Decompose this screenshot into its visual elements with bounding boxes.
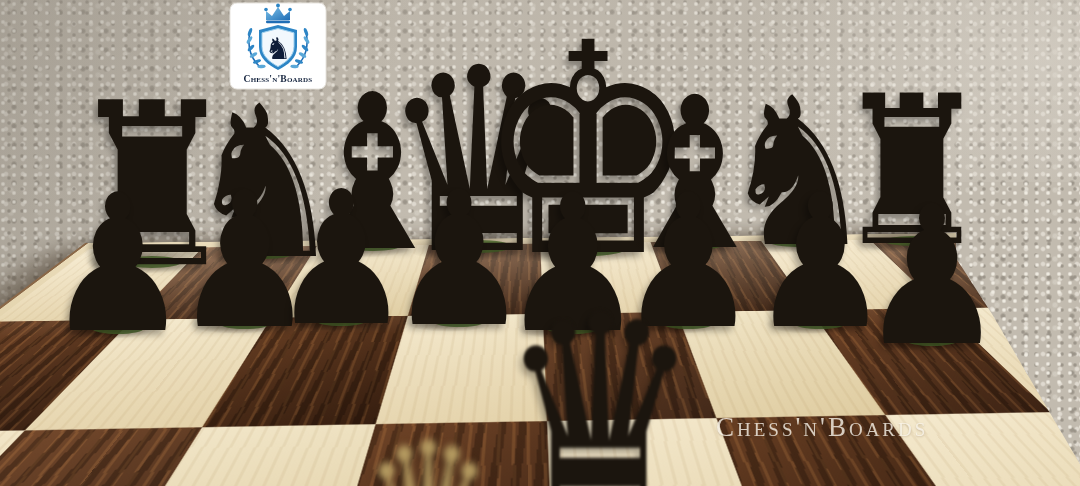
- black-pawn-7: ♟: [741, 170, 898, 355]
- black-knight-right-shadow: [736, 231, 839, 254]
- black-knight-right: ♞: [710, 71, 884, 276]
- black-pawn-2-felt-base: [221, 319, 270, 328]
- black-knight-left: ♞: [176, 79, 355, 289]
- black-queen-advanced: ♛: [487, 279, 713, 486]
- black-pawn-3-felt-base: [317, 316, 365, 325]
- black-pawn-5: ♟: [492, 170, 654, 360]
- black-pawn-1: ♟: [37, 170, 199, 360]
- black-king-felt-base: [550, 241, 626, 256]
- black-pawn-3-shadow: [286, 311, 379, 331]
- shield-icon: ♞: [259, 25, 297, 70]
- black-pawn-5-shadow: [516, 319, 611, 340]
- black-pawn-4: ♟: [380, 167, 538, 353]
- black-rook-left-felt-base: [123, 256, 182, 267]
- black-rook-right-felt-base: [885, 236, 939, 246]
- knight-icon: ♞: [265, 31, 292, 66]
- black-bishop-right-shadow: [632, 233, 737, 256]
- black-pawn-8-felt-base: [907, 336, 957, 346]
- black-pawn-8: ♟: [850, 181, 1013, 373]
- watermark-text: Chess'n'Boards: [716, 412, 928, 443]
- black-rook-left: ♜: [56, 73, 248, 299]
- black-knight-right-felt-base: [770, 237, 823, 247]
- black-pawn-8-shadow: [874, 330, 970, 351]
- black-king-shadow: [500, 232, 646, 264]
- black-pawn-4-felt-base: [435, 317, 483, 326]
- black-knight-left-felt-base: [238, 249, 293, 260]
- black-bishop-left-felt-base: [344, 241, 400, 252]
- black-queen: ♛: [370, 34, 587, 289]
- black-pawn-6-shadow: [633, 314, 726, 334]
- black-pawn-2: ♟: [165, 167, 325, 355]
- black-bishop-left-shadow: [308, 234, 416, 258]
- black-pawn-4-shadow: [403, 312, 496, 332]
- black-rook-right-shadow: [850, 230, 953, 253]
- black-pawn-6: ♟: [609, 170, 766, 355]
- black-knight-left-shadow: [202, 242, 307, 265]
- product-photo: Chess'n'Boards ♜♞♝♛♚♝♞♜♟♟♟♟♟♟♟♟♛♛ Chess'…: [0, 0, 1080, 486]
- black-queen-felt-base: [445, 240, 511, 253]
- black-pawn-7-felt-base: [796, 319, 844, 328]
- white-piece-foreground: ♛: [355, 420, 501, 486]
- black-rook-right: ♜: [824, 69, 999, 275]
- black-pawn-1-shadow: [61, 319, 156, 340]
- black-pawn-7-shadow: [765, 314, 858, 334]
- black-bishop-right-felt-base: [668, 240, 723, 251]
- black-pawn-2-shadow: [189, 314, 283, 335]
- black-king: ♚: [464, 5, 712, 297]
- black-pawn-3: ♟: [262, 167, 419, 352]
- black-bishop-left: ♝: [281, 66, 464, 281]
- black-bishop-right: ♝: [606, 70, 785, 280]
- black-rook-left-shadow: [84, 249, 197, 274]
- black-pawn-5-felt-base: [548, 324, 597, 334]
- black-pawn-6-felt-base: [664, 319, 712, 328]
- black-queen-shadow: [402, 233, 530, 261]
- logo-text: Chess'n'Boards: [244, 73, 313, 84]
- black-pawn-1-felt-base: [93, 324, 142, 334]
- logo-badge: ♞ Chess'n'Boards: [229, 2, 327, 90]
